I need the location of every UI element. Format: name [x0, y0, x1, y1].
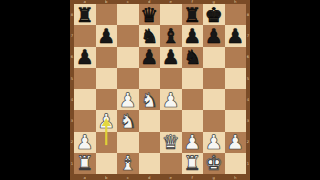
square-h3[interactable]: [225, 110, 247, 131]
chess-board: ♜♛♜♚♟♞♝♟♟♟♟♟♟♞♟♞♟♟♞♟♛♟♟♟♜♝♜♚ aabbccddeef…: [70, 0, 250, 180]
square-a1[interactable]: ♜: [74, 153, 96, 174]
square-a2[interactable]: ♟: [74, 132, 96, 153]
piece-white-pawn: ♟: [162, 89, 180, 109]
piece-white-rook: ♜: [183, 153, 201, 173]
piece-white-queen: ♛: [162, 132, 180, 152]
square-d8[interactable]: ♛: [139, 4, 161, 25]
piece-white-bishop: ♝: [119, 153, 137, 173]
piece-black-pawn: ♟: [226, 25, 244, 45]
piece-black-king: ♚: [205, 4, 223, 24]
square-d6[interactable]: ♟: [139, 47, 161, 68]
square-c2[interactable]: [117, 132, 139, 153]
square-e8[interactable]: [160, 4, 182, 25]
piece-black-pawn: ♟: [162, 47, 180, 67]
square-f8[interactable]: ♜: [182, 4, 204, 25]
square-c3[interactable]: ♞: [117, 110, 139, 131]
square-e1[interactable]: [160, 153, 182, 174]
square-a7[interactable]: [74, 25, 96, 46]
piece-white-knight: ♞: [140, 89, 158, 109]
file-label-bottom-b: b: [105, 175, 108, 180]
piece-white-pawn: ♟: [76, 132, 94, 152]
rank-label-right-5: 5: [247, 76, 250, 81]
piece-white-knight: ♞: [119, 110, 137, 130]
square-c4[interactable]: ♟: [117, 89, 139, 110]
square-g4[interactable]: [203, 89, 225, 110]
file-label-bottom-h: h: [234, 175, 237, 180]
square-f7[interactable]: ♟: [182, 25, 204, 46]
square-e7[interactable]: ♝: [160, 25, 182, 46]
square-b2[interactable]: [96, 132, 118, 153]
square-d4[interactable]: ♞: [139, 89, 161, 110]
rank-label-right-3: 3: [247, 118, 250, 123]
rank-label-right-2: 2: [247, 139, 250, 144]
square-b5[interactable]: [96, 68, 118, 89]
square-c1[interactable]: ♝: [117, 153, 139, 174]
square-f6[interactable]: ♞: [182, 47, 204, 68]
file-label-bottom-e: e: [170, 175, 173, 180]
piece-white-king: ♚: [205, 153, 223, 173]
square-b6[interactable]: [96, 47, 118, 68]
square-c7[interactable]: [117, 25, 139, 46]
piece-white-rook: ♜: [76, 153, 94, 173]
piece-black-pawn: ♟: [76, 47, 94, 67]
square-f1[interactable]: ♜: [182, 153, 204, 174]
square-f4[interactable]: [182, 89, 204, 110]
square-d7[interactable]: ♞: [139, 25, 161, 46]
file-label-bottom-g: g: [213, 175, 216, 180]
square-b1[interactable]: [96, 153, 118, 174]
square-d3[interactable]: [139, 110, 161, 131]
square-g5[interactable]: [203, 68, 225, 89]
square-h1[interactable]: [225, 153, 247, 174]
square-a3[interactable]: [74, 110, 96, 131]
square-h2[interactable]: ♟: [225, 132, 247, 153]
board-grid: ♜♛♜♚♟♞♝♟♟♟♟♟♟♞♟♞♟♟♞♟♛♟♟♟♜♝♜♚: [74, 4, 246, 174]
piece-black-knight: ♞: [140, 25, 158, 45]
piece-white-pawn: ♟: [97, 110, 115, 130]
piece-white-pawn: ♟: [205, 132, 223, 152]
square-g7[interactable]: ♟: [203, 25, 225, 46]
rank-label-right-7: 7: [247, 33, 250, 38]
square-c6[interactable]: [117, 47, 139, 68]
square-a4[interactable]: [74, 89, 96, 110]
square-e4[interactable]: ♟: [160, 89, 182, 110]
square-g3[interactable]: [203, 110, 225, 131]
file-label-bottom-a: a: [84, 175, 86, 180]
square-d5[interactable]: [139, 68, 161, 89]
file-label-bottom-d: d: [148, 175, 151, 180]
square-g1[interactable]: ♚: [203, 153, 225, 174]
square-f2[interactable]: ♟: [182, 132, 204, 153]
piece-black-rook: ♜: [76, 4, 94, 24]
square-e2[interactable]: ♛: [160, 132, 182, 153]
rank-label-right-8: 8: [247, 12, 250, 17]
square-c8[interactable]: [117, 4, 139, 25]
square-d2[interactable]: [139, 132, 161, 153]
piece-black-pawn: ♟: [140, 47, 158, 67]
rank-label-right-4: 4: [247, 97, 250, 102]
square-b7[interactable]: ♟: [96, 25, 118, 46]
square-b3[interactable]: ♟: [96, 110, 118, 131]
square-d1[interactable]: [139, 153, 161, 174]
square-a6[interactable]: ♟: [74, 47, 96, 68]
piece-white-pawn: ♟: [226, 132, 244, 152]
rank-label-right-1: 1: [247, 161, 250, 166]
square-f3[interactable]: [182, 110, 204, 131]
piece-black-pawn: ♟: [205, 25, 223, 45]
piece-black-bishop: ♝: [162, 25, 180, 45]
square-b8[interactable]: [96, 4, 118, 25]
file-label-bottom-c: c: [127, 175, 129, 180]
square-f5[interactable]: [182, 68, 204, 89]
piece-black-rook: ♜: [183, 4, 201, 24]
square-e5[interactable]: [160, 68, 182, 89]
piece-white-pawn: ♟: [119, 89, 137, 109]
square-c5[interactable]: [117, 68, 139, 89]
square-h5[interactable]: [225, 68, 247, 89]
piece-black-queen: ♛: [140, 4, 158, 24]
square-a8[interactable]: ♜: [74, 4, 96, 25]
square-g8[interactable]: ♚: [203, 4, 225, 25]
file-label-bottom-f: f: [192, 175, 194, 180]
piece-white-pawn: ♟: [183, 132, 201, 152]
square-a5[interactable]: [74, 68, 96, 89]
rank-label-right-6: 6: [247, 54, 250, 59]
piece-black-pawn: ♟: [97, 25, 115, 45]
square-h8[interactable]: [225, 4, 247, 25]
square-h4[interactable]: [225, 89, 247, 110]
piece-black-pawn: ♟: [183, 25, 201, 45]
square-h6[interactable]: [225, 47, 247, 68]
video-frame-letterbox: ♜♛♜♚♟♞♝♟♟♟♟♟♟♞♟♞♟♟♞♟♛♟♟♟♜♝♜♚ aabbccddeef…: [0, 0, 320, 180]
square-g2[interactable]: ♟: [203, 132, 225, 153]
piece-black-knight: ♞: [183, 47, 201, 67]
square-g6[interactable]: [203, 47, 225, 68]
square-h7[interactable]: ♟: [225, 25, 247, 46]
square-e6[interactable]: ♟: [160, 47, 182, 68]
square-e3[interactable]: [160, 110, 182, 131]
square-b4[interactable]: [96, 89, 118, 110]
